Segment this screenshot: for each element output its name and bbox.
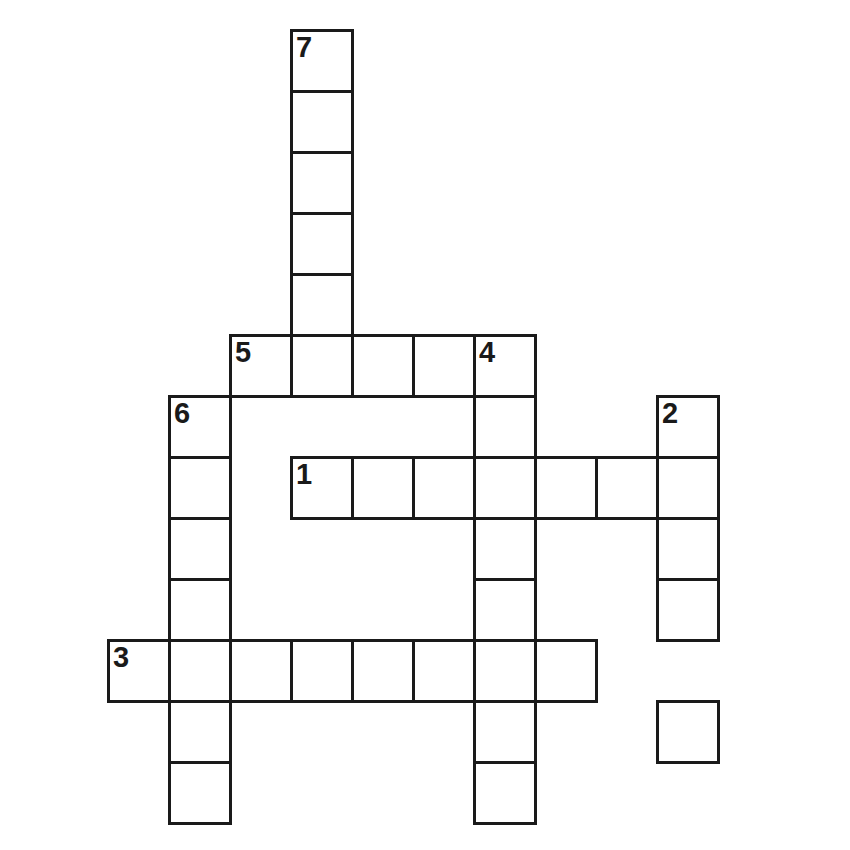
cell-r5c5[interactable] xyxy=(412,334,476,398)
page-background: 7546213 xyxy=(0,0,850,850)
cell-r11c9[interactable] xyxy=(656,700,720,764)
clue-number-3: 3 xyxy=(113,642,129,674)
crossword-grid: 7546213 xyxy=(107,29,720,825)
cell-r7c1[interactable] xyxy=(168,456,232,520)
cell-r5c6[interactable]: 4 xyxy=(473,334,537,398)
clue-number-1: 1 xyxy=(296,459,312,491)
cell-r11c1[interactable] xyxy=(168,700,232,764)
cell-r10c5[interactable] xyxy=(412,639,476,703)
cell-r10c4[interactable] xyxy=(351,639,415,703)
cell-r10c6[interactable] xyxy=(473,639,537,703)
cell-r9c9[interactable] xyxy=(656,578,720,642)
clue-number-5: 5 xyxy=(235,337,251,369)
cell-r9c1[interactable] xyxy=(168,578,232,642)
clue-number-7: 7 xyxy=(296,32,312,64)
cell-r10c2[interactable] xyxy=(229,639,293,703)
cell-r2c3[interactable] xyxy=(290,151,354,215)
cell-r6c9[interactable]: 2 xyxy=(656,395,720,459)
cell-r10c7[interactable] xyxy=(534,639,598,703)
clue-number-4: 4 xyxy=(479,337,495,369)
cell-r5c3[interactable] xyxy=(290,334,354,398)
cell-r10c3[interactable] xyxy=(290,639,354,703)
clue-number-6: 6 xyxy=(174,398,190,430)
cell-r7c3[interactable]: 1 xyxy=(290,456,354,520)
cell-r8c6[interactable] xyxy=(473,517,537,581)
cell-r3c3[interactable] xyxy=(290,212,354,276)
cell-r12c1[interactable] xyxy=(168,761,232,825)
cell-r11c6[interactable] xyxy=(473,700,537,764)
cell-r7c8[interactable] xyxy=(595,456,659,520)
cell-r7c4[interactable] xyxy=(351,456,415,520)
cell-r7c5[interactable] xyxy=(412,456,476,520)
cell-r10c0[interactable]: 3 xyxy=(107,639,171,703)
cell-r0c3[interactable]: 7 xyxy=(290,29,354,93)
cell-r5c2[interactable]: 5 xyxy=(229,334,293,398)
cell-r10c1[interactable] xyxy=(168,639,232,703)
cell-r7c7[interactable] xyxy=(534,456,598,520)
cell-r7c9[interactable] xyxy=(656,456,720,520)
cell-r1c3[interactable] xyxy=(290,90,354,154)
cell-r8c1[interactable] xyxy=(168,517,232,581)
cell-r5c4[interactable] xyxy=(351,334,415,398)
clue-number-2: 2 xyxy=(662,398,678,430)
cell-r6c6[interactable] xyxy=(473,395,537,459)
cell-r4c3[interactable] xyxy=(290,273,354,337)
cell-r12c6[interactable] xyxy=(473,761,537,825)
cell-r9c6[interactable] xyxy=(473,578,537,642)
cell-r8c9[interactable] xyxy=(656,517,720,581)
cell-r7c6[interactable] xyxy=(473,456,537,520)
cell-r6c1[interactable]: 6 xyxy=(168,395,232,459)
